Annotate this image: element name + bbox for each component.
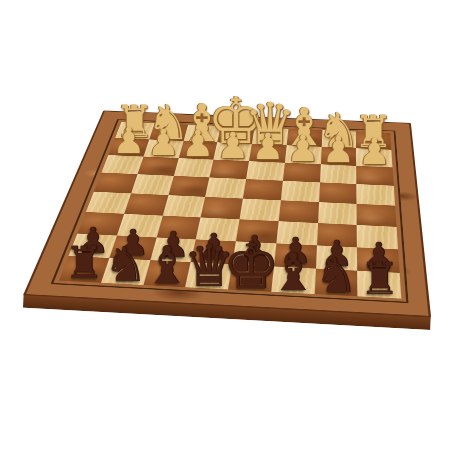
square-e6 — [196, 217, 240, 241]
square-h6 — [78, 212, 125, 235]
square-f7 — [150, 237, 196, 262]
square-g8 — [101, 258, 150, 285]
square-f6 — [156, 215, 201, 239]
square-b6 — [317, 223, 358, 247]
square-a8 — [357, 271, 401, 299]
square-d2 — [249, 144, 286, 163]
square-f8 — [143, 260, 191, 287]
square-g3 — [137, 156, 178, 176]
square-e5 — [201, 197, 243, 219]
square-g7 — [109, 235, 156, 260]
board-grid — [59, 122, 402, 299]
square-c3 — [283, 162, 321, 182]
square-h1 — [115, 122, 154, 139]
square-d6 — [236, 219, 279, 243]
square-h7 — [68, 233, 116, 258]
square-d3 — [246, 161, 285, 181]
square-c4 — [281, 181, 320, 202]
square-e7 — [191, 239, 236, 264]
square-g4 — [131, 174, 173, 195]
square-e8 — [185, 262, 232, 289]
square-c1 — [286, 129, 322, 147]
square-a3 — [356, 166, 393, 186]
square-f3 — [173, 158, 213, 178]
square-d5 — [240, 199, 281, 221]
square-h8 — [59, 256, 109, 283]
square-a1 — [356, 132, 391, 150]
square-e2 — [214, 142, 252, 161]
square-b7 — [315, 245, 357, 271]
square-a4 — [357, 184, 396, 205]
square-e3 — [210, 159, 249, 179]
square-g5 — [124, 193, 168, 215]
square-d4 — [243, 179, 283, 200]
square-d8 — [228, 264, 274, 291]
square-a2 — [356, 148, 392, 167]
square-b5 — [318, 202, 357, 225]
square-c2 — [285, 145, 322, 164]
chessboard — [23, 110, 431, 317]
square-b4 — [319, 183, 357, 204]
square-g2 — [143, 139, 183, 158]
square-d7 — [232, 241, 276, 267]
square-c5 — [278, 200, 318, 223]
square-b2 — [320, 147, 356, 166]
square-a7 — [357, 247, 399, 273]
square-g1 — [149, 123, 188, 141]
square-e4 — [205, 178, 246, 199]
square-a5 — [357, 204, 397, 227]
square-b8 — [314, 269, 357, 297]
square-c7 — [274, 243, 317, 269]
square-g6 — [117, 214, 163, 238]
square-e1 — [217, 126, 254, 144]
square-a6 — [357, 225, 398, 249]
square-f2 — [178, 141, 217, 160]
square-f1 — [183, 125, 221, 143]
square-d1 — [252, 127, 288, 145]
chess-photo-scene: ♜♞♝♚♛♝♞♜♟♟♟♟♟♟♟♟♟♟♟♟♟♟♟♟♜♞♝♛♚♝♞♜ — [0, 0, 450, 450]
square-h5 — [86, 192, 131, 214]
square-c6 — [276, 221, 317, 245]
square-c8 — [271, 267, 315, 294]
square-b3 — [320, 164, 357, 184]
square-b1 — [321, 130, 356, 148]
square-f5 — [162, 195, 205, 217]
square-f4 — [168, 176, 210, 197]
